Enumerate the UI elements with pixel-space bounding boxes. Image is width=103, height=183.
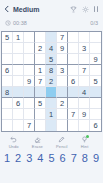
pencil-icon — [58, 136, 65, 143]
erase-button[interactable]: Erase — [32, 136, 43, 149]
cell-r5c7[interactable]: 6 — [68, 76, 79, 87]
cell-r7c3[interactable] — [24, 98, 35, 109]
numpad-2[interactable]: 2 — [15, 152, 21, 164]
cell-r7c2[interactable]: 6 — [13, 98, 24, 109]
sudoku-board: 51724935961837972658465217976 — [1, 31, 102, 132]
numpad-3[interactable]: 3 — [26, 152, 32, 164]
back-button[interactable]: Medium — [4, 5, 39, 13]
cell-r2c6[interactable]: 9 — [57, 43, 68, 54]
cell-r2c8[interactable]: 3 — [79, 43, 90, 54]
cell-r4c3[interactable] — [24, 65, 35, 76]
number-pad: 123456789 — [0, 152, 103, 164]
numpad-7[interactable]: 7 — [71, 152, 77, 164]
cell-r5c4[interactable]: 7 — [35, 76, 46, 87]
cell-r6c6[interactable] — [57, 87, 68, 98]
cell-r5c2[interactable] — [13, 76, 24, 87]
cell-r9c1[interactable] — [2, 120, 13, 131]
cell-r3c6[interactable] — [57, 54, 68, 65]
cell-r9c9[interactable]: 6 — [90, 120, 101, 131]
status-row: 00:38 0/3 — [0, 16, 103, 29]
cell-r2c4[interactable]: 2 — [35, 43, 46, 54]
cell-r1c7[interactable] — [68, 32, 79, 43]
cell-r6c4[interactable] — [35, 87, 46, 98]
cell-r2c5[interactable]: 4 — [46, 43, 57, 54]
cell-r4c9[interactable] — [90, 65, 101, 76]
cell-r4c5[interactable]: 8 — [46, 65, 57, 76]
cell-r6c1[interactable]: 8 — [2, 87, 13, 98]
cell-r5c1[interactable] — [2, 76, 13, 87]
trophy-button[interactable] — [70, 6, 77, 13]
cell-r8c7[interactable]: 7 — [68, 109, 79, 120]
cell-r5c9[interactable]: 5 — [90, 76, 101, 87]
hint-button[interactable]: Hint — [81, 136, 89, 149]
cell-r7c7[interactable] — [68, 98, 79, 109]
cell-r2c3[interactable] — [24, 43, 35, 54]
cell-r4c1[interactable]: 6 — [2, 65, 13, 76]
cell-r3c2[interactable] — [13, 54, 24, 65]
pencil-button[interactable]: Pencil — [56, 136, 68, 149]
settings-button[interactable] — [82, 6, 89, 13]
cell-r7c1[interactable] — [2, 98, 13, 109]
top-bar: Medium — [0, 0, 103, 16]
numpad-4[interactable]: 4 — [37, 152, 43, 164]
cell-r4c4[interactable]: 1 — [35, 65, 46, 76]
cell-r4c6[interactable]: 3 — [57, 65, 68, 76]
cell-r1c5[interactable] — [46, 32, 57, 43]
cell-r1c1[interactable]: 5 — [2, 32, 13, 43]
cell-r4c8[interactable]: 7 — [79, 65, 90, 76]
cell-r4c7[interactable] — [68, 65, 79, 76]
timer: 00:38 — [13, 20, 27, 26]
cell-r6c3[interactable] — [24, 87, 35, 98]
cell-r7c8[interactable] — [79, 98, 90, 109]
cell-r1c3[interactable] — [24, 32, 35, 43]
chevron-left-icon — [4, 5, 9, 13]
toolbar: Undo Erase Pencil Hint — [0, 136, 103, 149]
cell-r8c3[interactable] — [24, 109, 35, 120]
cell-r1c4[interactable] — [35, 32, 46, 43]
cell-r9c4[interactable] — [35, 120, 46, 131]
numpad-8[interactable]: 8 — [82, 152, 88, 164]
undo-label: Undo — [9, 144, 19, 149]
clock-icon — [5, 20, 11, 26]
cell-r3c4[interactable] — [35, 54, 46, 65]
erase-label: Erase — [32, 144, 43, 149]
numpad-5[interactable]: 5 — [48, 152, 54, 164]
cell-r2c2[interactable] — [13, 43, 24, 54]
cell-r6c5[interactable] — [46, 87, 57, 98]
cell-r3c5[interactable]: 5 — [46, 54, 57, 65]
cell-r8c9[interactable] — [90, 109, 101, 120]
cell-r5c5[interactable]: 2 — [46, 76, 57, 87]
cell-r6c9[interactable] — [90, 87, 101, 98]
cell-r6c8[interactable]: 4 — [79, 87, 90, 98]
cell-r1c9[interactable] — [90, 32, 101, 43]
numpad-9[interactable]: 9 — [93, 152, 99, 164]
trophy-icon — [70, 6, 77, 13]
hint-badge — [86, 135, 89, 138]
cell-r8c6[interactable] — [57, 109, 68, 120]
cell-r9c6[interactable] — [57, 120, 68, 131]
cell-r8c2[interactable] — [13, 109, 24, 120]
cell-r4c2[interactable] — [13, 65, 24, 76]
cell-r6c2[interactable] — [13, 87, 24, 98]
cell-r3c1[interactable] — [2, 54, 13, 65]
numpad-1[interactable]: 1 — [4, 152, 10, 164]
cell-r7c5[interactable] — [46, 98, 57, 109]
cell-r9c8[interactable] — [79, 120, 90, 131]
eraser-icon — [34, 136, 41, 143]
cell-r8c8[interactable]: 9 — [79, 109, 90, 120]
cell-r7c6[interactable]: 2 — [57, 98, 68, 109]
cell-r9c7[interactable] — [68, 120, 79, 131]
cell-r1c6[interactable]: 7 — [57, 32, 68, 43]
numpad-6[interactable]: 6 — [60, 152, 66, 164]
cell-r9c2[interactable] — [13, 120, 24, 131]
difficulty-title: Medium — [13, 6, 39, 13]
cell-r3c9[interactable]: 9 — [90, 54, 101, 65]
cell-r8c4[interactable] — [35, 109, 46, 120]
cell-r7c4[interactable]: 5 — [35, 98, 46, 109]
cell-r1c8[interactable] — [79, 32, 90, 43]
undo-icon — [10, 136, 17, 143]
cell-r2c7[interactable] — [68, 43, 79, 54]
cell-r2c1[interactable] — [2, 43, 13, 54]
cell-r3c7[interactable] — [68, 54, 79, 65]
hint-label: Hint — [81, 144, 89, 149]
cell-r9c3[interactable]: 7 — [24, 120, 35, 131]
cell-r3c3[interactable] — [24, 54, 35, 65]
pencil-label: Pencil — [56, 144, 68, 149]
gear-icon — [82, 6, 89, 13]
pause-icon — [97, 6, 99, 12]
pause-icon — [94, 6, 96, 12]
mistakes-counter: 0/3 — [90, 20, 98, 26]
cell-r9c5[interactable] — [46, 120, 57, 131]
cell-r5c8[interactable] — [79, 76, 90, 87]
cell-r5c3[interactable]: 9 — [24, 76, 35, 87]
cell-r5c6[interactable] — [57, 76, 68, 87]
cell-r6c7[interactable] — [68, 87, 79, 98]
cell-r1c2[interactable]: 1 — [13, 32, 24, 43]
cell-r2c9[interactable] — [90, 43, 101, 54]
undo-button[interactable]: Undo — [9, 136, 19, 149]
pause-button[interactable] — [94, 6, 99, 12]
cell-r8c5[interactable]: 1 — [46, 109, 57, 120]
cell-r8c1[interactable] — [2, 109, 13, 120]
cell-r3c8[interactable] — [79, 54, 90, 65]
cell-r7c9[interactable] — [90, 98, 101, 109]
